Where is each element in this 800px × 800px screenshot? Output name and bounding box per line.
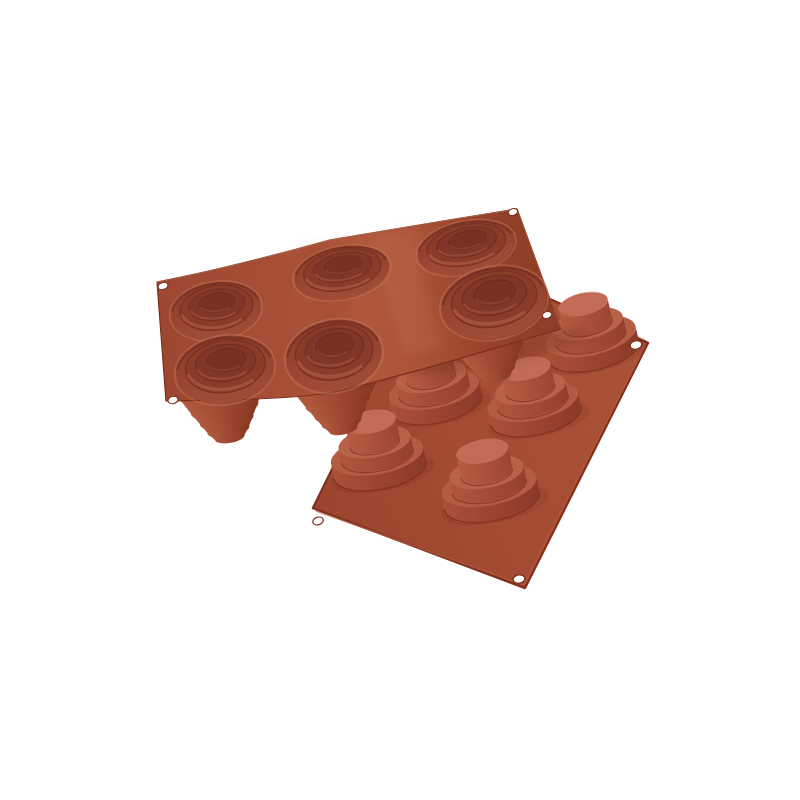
mold-illustration xyxy=(0,0,800,800)
product-photo xyxy=(0,0,800,800)
